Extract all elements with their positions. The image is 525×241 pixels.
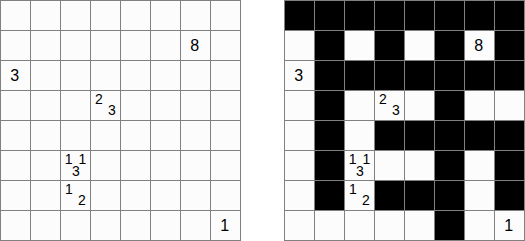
clue-cell-r4c4: 23 xyxy=(91,91,120,120)
clue-number: 3 xyxy=(294,68,303,84)
shaded-cell-r3c2 xyxy=(315,61,344,90)
tapa-diagram: 8323113121 8323113121 xyxy=(0,0,525,241)
empty-cell-r8c5[interactable] xyxy=(121,211,150,240)
empty-cell-r2c1[interactable] xyxy=(1,31,30,60)
empty-cell-r7c1 xyxy=(285,181,314,210)
empty-cell-r2c8[interactable] xyxy=(211,31,240,60)
shaded-cell-r2c6 xyxy=(435,31,464,60)
empty-cell-r8c4[interactable] xyxy=(91,211,120,240)
empty-cell-r6c5[interactable] xyxy=(121,151,150,180)
empty-cell-r8c3 xyxy=(345,211,374,240)
empty-cell-r8c6[interactable] xyxy=(151,211,180,240)
empty-cell-r1c1[interactable] xyxy=(1,1,30,30)
shaded-cell-r6c2 xyxy=(315,151,344,180)
shaded-cell-r4c2 xyxy=(315,91,344,120)
clue-number: 1 xyxy=(220,218,229,234)
empty-cell-r4c5 xyxy=(405,91,434,120)
empty-cell-r6c8[interactable] xyxy=(211,151,240,180)
clue-number: 8 xyxy=(190,38,199,54)
empty-cell-r6c1 xyxy=(285,151,314,180)
empty-cell-r8c4 xyxy=(375,211,404,240)
empty-cell-r4c3 xyxy=(345,91,374,120)
empty-cell-r7c7 xyxy=(465,181,494,210)
clue-cell-r2c7: 8 xyxy=(465,31,494,60)
clue-number: 3 xyxy=(108,103,116,117)
clue-number: 3 xyxy=(10,68,19,84)
empty-cell-r1c6[interactable] xyxy=(151,1,180,30)
empty-cell-r8c2 xyxy=(315,211,344,240)
empty-cell-r6c7[interactable] xyxy=(181,151,210,180)
empty-cell-r5c6[interactable] xyxy=(151,121,180,150)
shaded-cell-r3c6 xyxy=(435,61,464,90)
clue-cell-r8c8: 1 xyxy=(211,211,240,240)
shaded-cell-r3c7 xyxy=(465,61,494,90)
shaded-cell-r8c6 xyxy=(435,211,464,240)
empty-cell-r5c1[interactable] xyxy=(1,121,30,150)
clue-number: 2 xyxy=(362,193,370,207)
shaded-cell-r3c8 xyxy=(495,61,524,90)
empty-cell-r4c6[interactable] xyxy=(151,91,180,120)
empty-cell-r7c2[interactable] xyxy=(31,181,60,210)
shaded-cell-r5c5 xyxy=(405,121,434,150)
shaded-cell-r5c6 xyxy=(435,121,464,150)
clue-cell-r8c8: 1 xyxy=(495,211,524,240)
shaded-cell-r5c7 xyxy=(465,121,494,150)
shaded-cell-r2c8 xyxy=(495,31,524,60)
shaded-cell-r6c8 xyxy=(495,151,524,180)
shaded-cell-r3c3 xyxy=(345,61,374,90)
shaded-cell-r3c4 xyxy=(375,61,404,90)
empty-cell-r5c1 xyxy=(285,121,314,150)
clue-cell-r3c1: 3 xyxy=(285,61,314,90)
shaded-cell-r6c6 xyxy=(435,151,464,180)
shaded-cell-r5c4 xyxy=(375,121,404,150)
empty-cell-r3c8[interactable] xyxy=(211,61,240,90)
empty-cell-r5c7[interactable] xyxy=(181,121,210,150)
shaded-cell-r7c6 xyxy=(435,181,464,210)
empty-cell-r1c7[interactable] xyxy=(181,1,210,30)
empty-cell-r7c4[interactable] xyxy=(91,181,120,210)
clue-number: 3 xyxy=(392,103,400,117)
empty-cell-r7c6[interactable] xyxy=(151,181,180,210)
empty-cell-r1c5[interactable] xyxy=(121,1,150,30)
shaded-cell-r2c2 xyxy=(315,31,344,60)
empty-cell-r7c5[interactable] xyxy=(121,181,150,210)
shaded-cell-r1c1 xyxy=(285,1,314,30)
clue-cell-r7c3: 12 xyxy=(345,181,374,210)
clue-cell-r6c3: 113 xyxy=(61,151,90,180)
shaded-cell-r1c6 xyxy=(435,1,464,30)
clue-number: 8 xyxy=(474,38,483,54)
empty-cell-r3c2[interactable] xyxy=(31,61,60,90)
shaded-cell-r7c2 xyxy=(315,181,344,210)
empty-cell-r4c7 xyxy=(465,91,494,120)
shaded-cell-r1c5 xyxy=(405,1,434,30)
shaded-cell-r2c4 xyxy=(375,31,404,60)
empty-cell-r4c7[interactable] xyxy=(181,91,210,120)
clue-number: 3 xyxy=(356,164,364,178)
empty-cell-r7c7[interactable] xyxy=(181,181,210,210)
empty-cell-r6c6[interactable] xyxy=(151,151,180,180)
empty-cell-r7c8[interactable] xyxy=(211,181,240,210)
shaded-cell-r4c6 xyxy=(435,91,464,120)
clue-number: 3 xyxy=(72,164,80,178)
empty-cell-r5c8[interactable] xyxy=(211,121,240,150)
empty-cell-r4c5[interactable] xyxy=(121,91,150,120)
empty-cell-r2c2[interactable] xyxy=(31,31,60,60)
empty-cell-r2c3 xyxy=(345,31,374,60)
empty-cell-r6c1[interactable] xyxy=(1,151,30,180)
empty-cell-r4c2[interactable] xyxy=(31,91,60,120)
clue-cell-r2c7: 8 xyxy=(181,31,210,60)
empty-cell-r3c4[interactable] xyxy=(91,61,120,90)
empty-cell-r5c3 xyxy=(345,121,374,150)
shaded-cell-r1c3 xyxy=(345,1,374,30)
shaded-cell-r1c7 xyxy=(465,1,494,30)
clue-number: 1 xyxy=(349,182,357,196)
empty-cell-r8c1 xyxy=(285,211,314,240)
empty-cell-r4c8[interactable] xyxy=(211,91,240,120)
empty-cell-r2c3[interactable] xyxy=(61,31,90,60)
empty-cell-r8c5 xyxy=(405,211,434,240)
clue-number: 2 xyxy=(379,92,387,106)
clue-cell-r7c3: 12 xyxy=(61,181,90,210)
shaded-cell-r7c8 xyxy=(495,181,524,210)
empty-cell-r5c2[interactable] xyxy=(31,121,60,150)
empty-cell-r4c8 xyxy=(495,91,524,120)
clue-number: 1 xyxy=(65,182,73,196)
empty-cell-r5c5[interactable] xyxy=(121,121,150,150)
shaded-cell-r1c8 xyxy=(495,1,524,30)
shaded-cell-r7c4 xyxy=(375,181,404,210)
empty-cell-r6c4[interactable] xyxy=(91,151,120,180)
empty-cell-r5c4[interactable] xyxy=(91,121,120,150)
empty-cell-r1c2[interactable] xyxy=(31,1,60,30)
empty-cell-r8c1[interactable] xyxy=(1,211,30,240)
shaded-cell-r1c2 xyxy=(315,1,344,30)
empty-cell-r5c3[interactable] xyxy=(61,121,90,150)
tapa-puzzle-board: 8323113121 xyxy=(0,0,241,241)
empty-cell-r8c7 xyxy=(465,211,494,240)
empty-cell-r6c5 xyxy=(405,151,434,180)
empty-cell-r3c5[interactable] xyxy=(121,61,150,90)
empty-cell-r1c4[interactable] xyxy=(91,1,120,30)
empty-cell-r2c6[interactable] xyxy=(151,31,180,60)
clue-number: 2 xyxy=(95,92,103,106)
empty-cell-r4c1 xyxy=(285,91,314,120)
empty-cell-r1c8[interactable] xyxy=(211,1,240,30)
empty-cell-r8c7[interactable] xyxy=(181,211,210,240)
empty-cell-r6c2[interactable] xyxy=(31,151,60,180)
empty-cell-r3c7[interactable] xyxy=(181,61,210,90)
empty-cell-r8c2[interactable] xyxy=(31,211,60,240)
shaded-cell-r5c2 xyxy=(315,121,344,150)
empty-cell-r4c1[interactable] xyxy=(1,91,30,120)
empty-cell-r3c3[interactable] xyxy=(61,61,90,90)
clue-number: 1 xyxy=(504,218,513,234)
empty-cell-r2c5 xyxy=(405,31,434,60)
empty-cell-r4c3[interactable] xyxy=(61,91,90,120)
empty-cell-r7c1[interactable] xyxy=(1,181,30,210)
empty-cell-r2c5[interactable] xyxy=(121,31,150,60)
shaded-cell-r1c4 xyxy=(375,1,404,30)
empty-cell-r6c4 xyxy=(375,151,404,180)
shaded-cell-r5c8 xyxy=(495,121,524,150)
clue-cell-r6c3: 113 xyxy=(345,151,374,180)
empty-cell-r2c1 xyxy=(285,31,314,60)
empty-cell-r8c3[interactable] xyxy=(61,211,90,240)
tapa-solution-board: 8323113121 xyxy=(284,0,525,241)
empty-cell-r2c4[interactable] xyxy=(91,31,120,60)
empty-cell-r3c6[interactable] xyxy=(151,61,180,90)
empty-cell-r1c3[interactable] xyxy=(61,1,90,30)
shaded-cell-r3c5 xyxy=(405,61,434,90)
clue-cell-r4c4: 23 xyxy=(375,91,404,120)
clue-cell-r3c1: 3 xyxy=(1,61,30,90)
empty-cell-r6c7 xyxy=(465,151,494,180)
shaded-cell-r7c5 xyxy=(405,181,434,210)
clue-number: 2 xyxy=(78,193,86,207)
